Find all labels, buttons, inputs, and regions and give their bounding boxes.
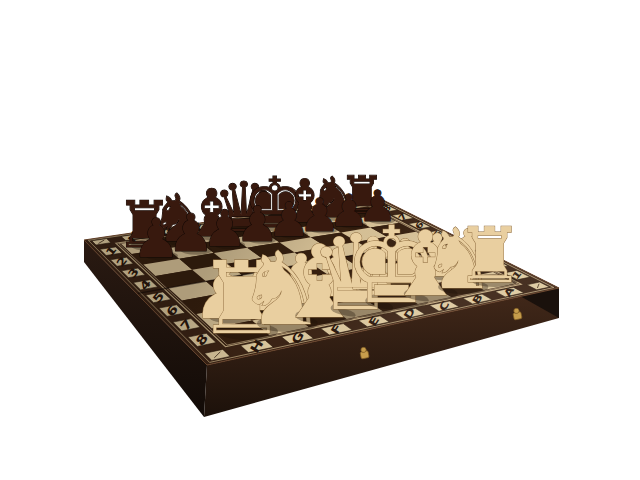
chess-board: 1827364554637281HHGGFFEEDDCCBBAA♜♞♝♛♚♝♞♜… — [0, 0, 640, 480]
piece-white-rook[interactable]: ♜ — [455, 211, 524, 300]
chess-set-photo: 1827364554637281HHGGFFEEDDCCBBAA♜♞♝♛♚♝♞♜… — [0, 0, 640, 480]
